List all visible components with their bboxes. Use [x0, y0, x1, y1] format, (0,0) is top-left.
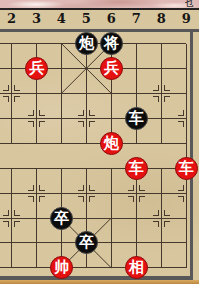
board-frame-right	[190, 30, 194, 278]
piece-red-soldier[interactable]: 兵	[100, 57, 123, 80]
board-frame-top	[0, 29, 199, 33]
board-edge-strip	[0, 280, 199, 284]
piece-black-chariot[interactable]: 车	[125, 107, 148, 130]
piece-black-soldier[interactable]: 卒	[50, 207, 73, 230]
piece-red-cannon[interactable]: 炮	[100, 132, 123, 155]
piece-red-chariot[interactable]: 车	[125, 157, 148, 180]
piece-black-cannon[interactable]: 炮	[75, 32, 98, 55]
piece-black-general[interactable]: 将	[100, 32, 123, 55]
xiangqi-app-view: 乜 23456789 炮将兵兵车炮车车卒卒帅相	[0, 0, 199, 284]
piece-red-soldier[interactable]: 兵	[25, 57, 48, 80]
piece-red-chariot[interactable]: 车	[175, 157, 198, 180]
